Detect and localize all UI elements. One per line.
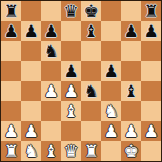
square-g8[interactable] <box>121 1 141 21</box>
white-queen[interactable]: ♛ <box>63 141 78 161</box>
square-a2[interactable]: ♟ <box>1 121 21 141</box>
square-c3[interactable] <box>41 101 61 121</box>
black-pawn[interactable]: ♟ <box>143 21 158 41</box>
square-c7[interactable]: ♟ <box>41 21 61 41</box>
white-pawn[interactable]: ♟ <box>63 81 78 101</box>
square-g2[interactable]: ♟ <box>121 121 141 141</box>
square-a8[interactable]: ♜ <box>1 1 21 21</box>
square-e1[interactable]: ♜ <box>81 141 101 161</box>
square-c6[interactable]: ♞ <box>41 41 61 61</box>
square-d4[interactable]: ♟ <box>61 81 81 101</box>
square-h1[interactable] <box>141 141 161 161</box>
black-knight[interactable]: ♞ <box>83 81 98 101</box>
white-pawn[interactable]: ♟ <box>143 121 158 141</box>
square-g5[interactable] <box>121 61 141 81</box>
white-pawn[interactable]: ♟ <box>3 121 18 141</box>
square-b8[interactable] <box>21 1 41 21</box>
square-d1[interactable]: ♛ <box>61 141 81 161</box>
square-f5[interactable]: ♟ <box>101 61 121 81</box>
square-f6[interactable] <box>101 41 121 61</box>
square-h8[interactable]: ♜ <box>141 1 161 21</box>
square-e6[interactable] <box>81 41 101 61</box>
square-e2[interactable] <box>81 121 101 141</box>
square-f1[interactable] <box>101 141 121 161</box>
black-pawn[interactable]: ♟ <box>63 61 78 81</box>
square-b7[interactable]: ♟ <box>21 21 41 41</box>
black-pawn[interactable]: ♟ <box>123 21 138 41</box>
black-rook[interactable]: ♜ <box>143 1 158 21</box>
black-pawn[interactable]: ♟ <box>103 61 118 81</box>
square-a3[interactable] <box>1 101 21 121</box>
square-g1[interactable]: ♚ <box>121 141 141 161</box>
black-rook[interactable]: ♜ <box>3 1 18 21</box>
square-c5[interactable] <box>41 61 61 81</box>
square-d2[interactable] <box>61 121 81 141</box>
square-d7[interactable] <box>61 21 81 41</box>
black-pawn[interactable]: ♟ <box>3 21 18 41</box>
square-e8[interactable]: ♚ <box>81 1 101 21</box>
square-e4[interactable]: ♞ <box>81 81 101 101</box>
square-c1[interactable]: ♝ <box>41 141 61 161</box>
square-d8[interactable]: ♛ <box>61 1 81 21</box>
square-h2[interactable]: ♟ <box>141 121 161 141</box>
square-b2[interactable]: ♟ <box>21 121 41 141</box>
square-b5[interactable] <box>21 61 41 81</box>
square-f8[interactable] <box>101 1 121 21</box>
square-f2[interactable]: ♟ <box>101 121 121 141</box>
chess-board: ♜♛♚♜♟♟♟♝♟♟♞♟♟♟♟♞♝♝♞♟♟♟♟♟♜♞♝♛♜♚ <box>0 0 162 162</box>
white-pawn[interactable]: ♟ <box>103 121 118 141</box>
square-b6[interactable] <box>21 41 41 61</box>
black-knight[interactable]: ♞ <box>43 41 58 61</box>
chess-board-window: ♜♛♚♜♟♟♟♝♟♟♞♟♟♟♟♞♝♝♞♟♟♟♟♟♜♞♝♛♜♚ <box>0 0 162 162</box>
square-a7[interactable]: ♟ <box>1 21 21 41</box>
square-g6[interactable] <box>121 41 141 61</box>
white-king[interactable]: ♚ <box>123 141 138 161</box>
black-pawn[interactable]: ♟ <box>23 21 38 41</box>
square-d3[interactable]: ♝ <box>61 101 81 121</box>
square-g7[interactable]: ♟ <box>121 21 141 41</box>
square-c2[interactable] <box>41 121 61 141</box>
square-h3[interactable] <box>141 101 161 121</box>
square-g3[interactable] <box>121 101 141 121</box>
black-bishop[interactable]: ♝ <box>83 21 98 41</box>
square-a6[interactable] <box>1 41 21 61</box>
white-pawn[interactable]: ♟ <box>123 121 138 141</box>
square-e5[interactable] <box>81 61 101 81</box>
black-bishop[interactable]: ♝ <box>123 81 138 101</box>
square-e3[interactable] <box>81 101 101 121</box>
square-b4[interactable] <box>21 81 41 101</box>
black-king[interactable]: ♚ <box>83 1 98 21</box>
square-a1[interactable]: ♜ <box>1 141 21 161</box>
square-h4[interactable] <box>141 81 161 101</box>
square-g4[interactable]: ♝ <box>121 81 141 101</box>
square-f4[interactable] <box>101 81 121 101</box>
white-bishop[interactable]: ♝ <box>43 141 58 161</box>
white-knight[interactable]: ♞ <box>103 101 118 121</box>
square-f7[interactable] <box>101 21 121 41</box>
square-b3[interactable] <box>21 101 41 121</box>
square-h7[interactable]: ♟ <box>141 21 161 41</box>
square-h5[interactable] <box>141 61 161 81</box>
white-bishop[interactable]: ♝ <box>63 101 78 121</box>
black-pawn[interactable]: ♟ <box>43 21 58 41</box>
square-a5[interactable] <box>1 61 21 81</box>
white-rook[interactable]: ♜ <box>3 141 18 161</box>
square-d6[interactable] <box>61 41 81 61</box>
square-b1[interactable]: ♞ <box>21 141 41 161</box>
square-a4[interactable] <box>1 81 21 101</box>
square-f3[interactable]: ♞ <box>101 101 121 121</box>
white-rook[interactable]: ♜ <box>83 141 98 161</box>
square-c4[interactable]: ♟ <box>41 81 61 101</box>
white-pawn[interactable]: ♟ <box>43 81 58 101</box>
white-pawn[interactable]: ♟ <box>23 121 38 141</box>
white-knight[interactable]: ♞ <box>23 141 38 161</box>
square-d5[interactable]: ♟ <box>61 61 81 81</box>
black-queen[interactable]: ♛ <box>63 1 78 21</box>
square-e7[interactable]: ♝ <box>81 21 101 41</box>
square-c8[interactable] <box>41 1 61 21</box>
square-h6[interactable] <box>141 41 161 61</box>
